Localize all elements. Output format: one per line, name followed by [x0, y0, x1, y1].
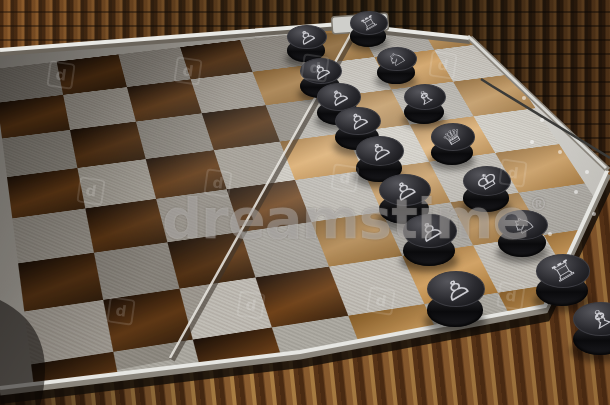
knight-icon: ♘: [507, 210, 539, 240]
piece-top: ♙: [403, 214, 457, 247]
bishop-icon: ♗: [412, 84, 438, 109]
knight-icon: ♘: [384, 47, 409, 71]
piece-top: ♙: [427, 271, 485, 307]
king-icon: ♔: [472, 166, 502, 195]
piece-top: ♖: [536, 254, 590, 287]
piece-top: ♕: [431, 123, 475, 150]
water-spot: [540, 118, 544, 122]
piece-top: ♖: [350, 11, 388, 35]
pawn-icon: ♙: [325, 84, 353, 111]
piece-top: ♙: [379, 174, 431, 206]
rook-icon: ♖: [357, 12, 381, 35]
water-spot: [592, 212, 596, 216]
piece-top: ♙: [335, 107, 381, 135]
pawn-icon: ♙: [294, 25, 319, 49]
pawn-icon: ♙: [413, 215, 447, 248]
pawn-icon: ♙: [437, 271, 474, 306]
piece-top: ♗: [404, 84, 446, 110]
piece-top: ♘: [377, 47, 417, 72]
water-spot: [558, 150, 562, 154]
pawn-icon: ♙: [308, 58, 334, 83]
water-spot: [522, 96, 526, 100]
water-spot: [530, 140, 534, 144]
water-spot: [548, 232, 552, 236]
rook-icon: ♖: [546, 255, 580, 288]
piece-top: ♙: [287, 25, 327, 50]
pawn-icon: ♙: [388, 174, 421, 206]
piece-top: ♙: [356, 136, 404, 166]
photo-scene: ♖♙♘♙♗♙♙♕♙♔♙♘♙♖♙♗ dreamstime® ddddddddddd…: [0, 0, 610, 405]
piece-top: ♘: [498, 210, 548, 241]
pawn-icon: ♙: [343, 107, 372, 135]
queen-icon: ♕: [439, 124, 467, 151]
water-spot: [574, 190, 578, 194]
pawn-icon: ♙: [365, 136, 395, 165]
bishop-icon: ♗: [583, 302, 610, 336]
water-spot: [585, 170, 589, 174]
piece-top: ♔: [463, 166, 511, 196]
piece-top: ♙: [300, 58, 342, 84]
